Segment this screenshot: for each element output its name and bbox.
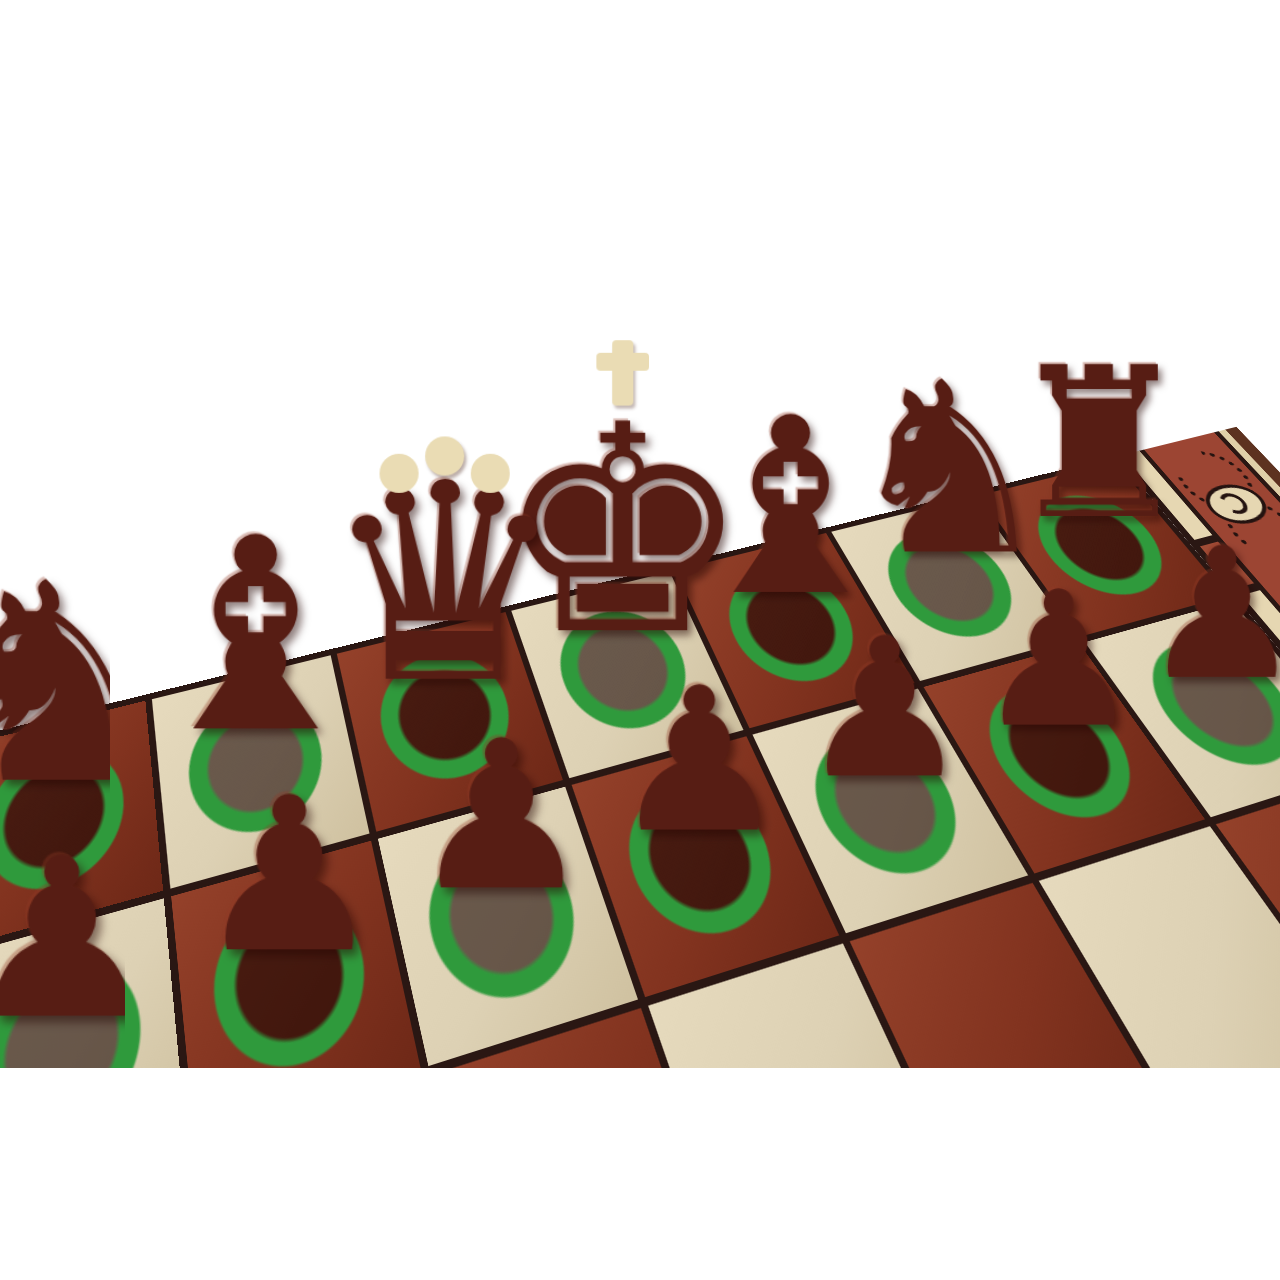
piece-dark-pawn[interactable]: ♟ [1141, 530, 1280, 702]
pawn-glyph: ♟ [194, 776, 385, 978]
pawn-glyph: ♟ [1141, 530, 1280, 702]
piece-dark-pawn[interactable]: ♟ [798, 619, 971, 802]
chess-set-photo: ♜♞♝♛♚♝♞♜♟♟♟♟♟♟♟♟ [0, 0, 1280, 1068]
pawn-glyph: ♟ [975, 573, 1142, 750]
square-b7[interactable]: ♟ [0, 898, 186, 1068]
board-scene: ♜♞♝♛♚♝♞♜♟♟♟♟♟♟♟♟ [0, 0, 1280, 1068]
piece-dark-knight[interactable]: ♞ [0, 555, 178, 817]
pawn-glyph: ♟ [409, 720, 593, 915]
piece-dark-pawn[interactable]: ♟ [194, 776, 385, 978]
knight-glyph: ♞ [0, 555, 178, 817]
piece-dark-pawn[interactable]: ♟ [409, 720, 593, 915]
chess-board: ♜♞♝♛♚♝♞♜♟♟♟♟♟♟♟♟ [0, 427, 1280, 1068]
pawn-glyph: ♟ [610, 668, 788, 857]
pawn-glyph: ♟ [0, 836, 161, 1046]
piece-dark-pawn[interactable]: ♟ [0, 836, 161, 1046]
piece-dark-pawn[interactable]: ♟ [610, 668, 788, 857]
board-grid: ♜♞♝♛♚♝♞♜♟♟♟♟♟♟♟♟ [0, 456, 1280, 1068]
pawn-glyph: ♟ [798, 619, 971, 802]
square-c7[interactable]: ♟ [171, 841, 420, 1068]
king-cross-finial [612, 341, 633, 406]
piece-dark-pawn[interactable]: ♟ [975, 573, 1142, 750]
